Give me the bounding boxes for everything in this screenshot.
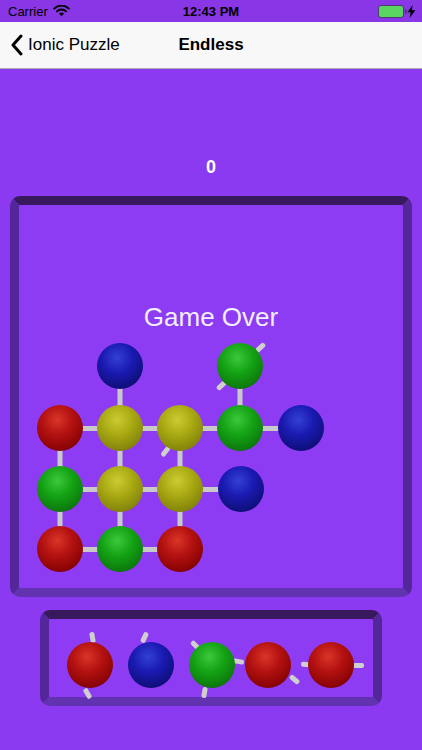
board-ball-red[interactable] [157,526,203,572]
bond-stub [82,687,92,699]
board-ball-yellow[interactable] [157,405,203,451]
board-ball-yellow[interactable] [97,466,143,512]
bond-stub [353,663,364,668]
board-ball-green[interactable] [217,343,263,389]
board-ball-red[interactable] [37,526,83,572]
tray-ball-red[interactable] [308,642,354,688]
board-ball-yellow[interactable] [157,466,203,512]
board-ball-blue[interactable] [278,405,324,451]
board-ball-green[interactable] [97,526,143,572]
tray-ball-red[interactable] [67,642,113,688]
stage [0,0,422,750]
tray-ball-red[interactable] [245,642,291,688]
tray-ball-blue[interactable] [128,642,174,688]
board-ball-green[interactable] [37,466,83,512]
tray-ball-green[interactable] [189,642,235,688]
bond-stub [288,674,300,685]
board-ball-yellow[interactable] [97,405,143,451]
app-screen: Carrier 12:43 PM Ionic Puzzle End [0,0,422,750]
board-ball-red[interactable] [37,405,83,451]
bond-stub [201,686,208,698]
board-ball-blue[interactable] [97,343,143,389]
board-ball-blue[interactable] [218,466,264,512]
board-ball-green[interactable] [217,405,263,451]
